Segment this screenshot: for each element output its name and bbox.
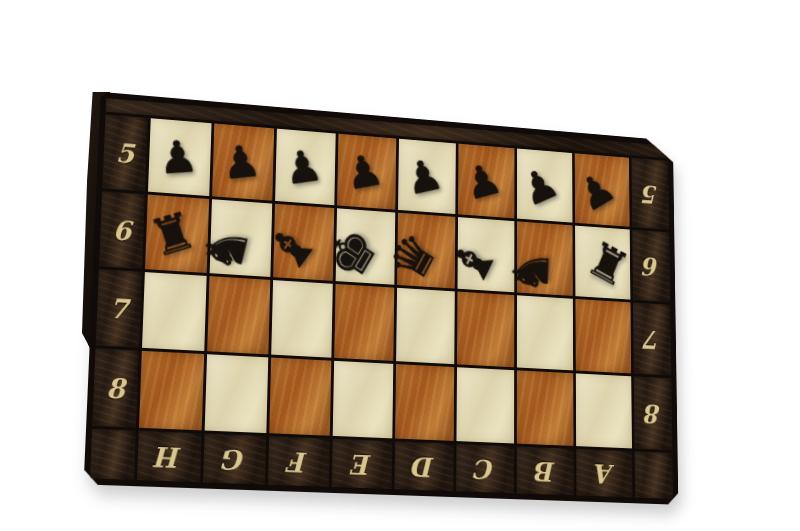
rank-label-text: 7: [109, 292, 129, 324]
rank-label-text: 5: [642, 179, 658, 208]
rank-label-text: 6: [643, 251, 659, 281]
file-label-text: C: [475, 453, 495, 484]
square-a7: [575, 299, 631, 374]
rank-label-text: 8: [645, 398, 661, 428]
piece-d5-pawn: ♟: [401, 152, 447, 202]
square-h5: ♟: [148, 118, 212, 196]
piece-c5-pawn: ♟: [459, 156, 506, 207]
file-label-g: G: [203, 434, 266, 485]
square-e8: [333, 361, 394, 439]
file-label-text: D: [413, 451, 435, 482]
rank-label-right-8: 8: [634, 376, 673, 450]
square-e7: [334, 284, 394, 361]
square-c5: ♟: [458, 144, 514, 219]
square-g8: [205, 354, 269, 433]
rank-label-left-8: 8: [92, 348, 139, 427]
square-d5: ♟: [398, 139, 456, 214]
piece-e5-pawn: ♟: [341, 147, 387, 196]
rank-label-right-5: 5: [631, 158, 669, 230]
square-b8: [517, 370, 574, 446]
square-g5: ♟: [212, 123, 274, 200]
rank-label-left-5: 5: [102, 114, 148, 191]
square-f8: [269, 358, 331, 436]
square-a6: ♜: [575, 226, 630, 300]
file-label-h: H: [137, 431, 202, 482]
chess-board: 5♟♟♟♟♟♟♟♟56♜♞♝♚♛♝♞♜67788HGFEDCBA: [84, 92, 679, 505]
rank-label-left-7: 7: [96, 269, 142, 347]
rank-label-right-7: 7: [633, 303, 671, 376]
product-photo-chess-set: { "game": "chess", "position": { "fen_bo…: [0, 0, 800, 531]
file-label-c: C: [456, 444, 514, 493]
piece-a5-pawn: ♟: [571, 164, 622, 219]
file-label-text: H: [156, 440, 182, 473]
file-label-b: B: [517, 447, 574, 496]
square-h7: [142, 272, 207, 351]
square-a8: [576, 373, 632, 448]
square-g7: [207, 276, 270, 354]
piece-b6-knight: ♞: [506, 246, 556, 298]
file-label-text: A: [595, 458, 614, 489]
piece-b5-pawn: ♟: [515, 160, 565, 213]
piece-f5-pawn: ♟: [280, 143, 325, 192]
square-c7: [457, 292, 514, 368]
piece-g5-pawn: ♟: [219, 138, 264, 186]
square-e5: ♟: [337, 134, 396, 210]
file-label-e: E: [332, 439, 393, 489]
square-b6: ♞: [517, 221, 573, 296]
board-perspective-wrap: 5♟♟♟♟♟♟♟♟56♜♞♝♚♛♝♞♜67788HGFEDCBA: [84, 92, 679, 505]
square-d8: [395, 364, 454, 441]
rank-label-text: 6: [112, 214, 132, 246]
file-label-text: E: [352, 448, 372, 480]
square-h8: [139, 351, 204, 431]
rank-label-text: 8: [106, 372, 126, 404]
file-label-a: A: [576, 449, 632, 497]
board-bottom-left-corner: [90, 429, 136, 480]
square-b7: [517, 295, 573, 370]
rank-label-right-6: 6: [632, 230, 670, 302]
square-f5: ♟: [275, 129, 336, 206]
rank-label-left-6: 6: [99, 191, 145, 269]
file-label-text: F: [290, 446, 309, 478]
file-label-text: G: [223, 443, 246, 475]
square-d7: [396, 288, 455, 364]
square-f7: [271, 280, 333, 358]
file-label-text: B: [535, 456, 555, 487]
rank-label-text: 5: [116, 137, 135, 168]
board-bottom-right-corner: [635, 451, 674, 498]
piece-h5-pawn: ♟: [156, 134, 200, 181]
square-c8: [456, 367, 514, 443]
piece-a6-rook: ♜: [581, 233, 635, 296]
rank-label-text: 7: [644, 324, 660, 354]
file-label-f: F: [268, 436, 330, 487]
square-a5: ♟: [575, 153, 630, 227]
file-label-d: D: [394, 441, 453, 491]
square-b5: ♟: [517, 149, 572, 223]
